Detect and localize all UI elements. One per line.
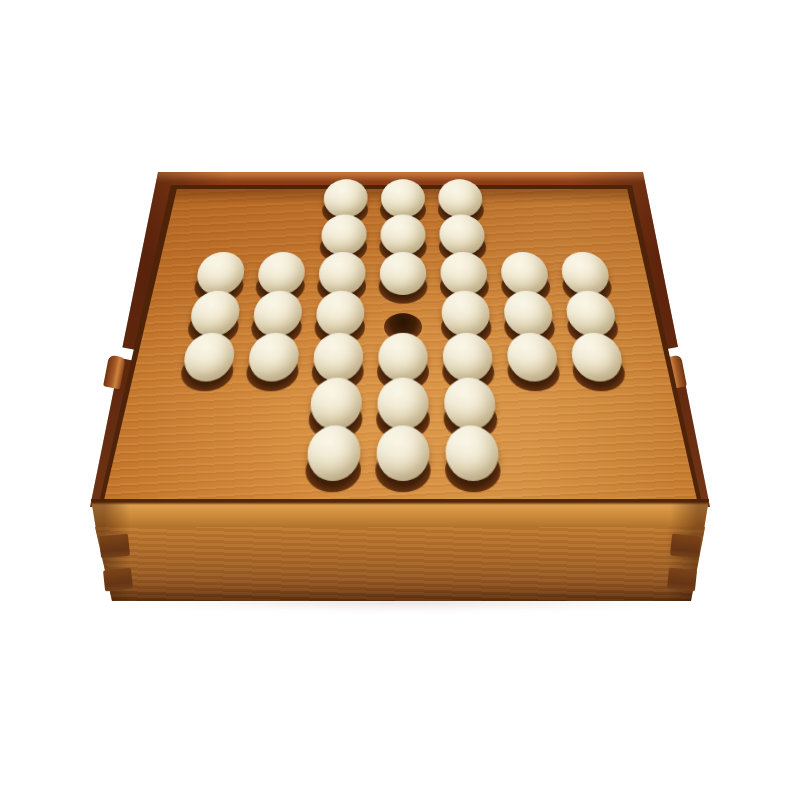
board-cell: [563, 344, 634, 389]
board-cell: [368, 438, 439, 490]
board-cell: [237, 344, 306, 389]
marble-peg[interactable]: [379, 252, 426, 295]
tray-front-rail: [90, 499, 710, 529]
board-cell: [171, 344, 242, 389]
board-cell: [506, 438, 580, 490]
finger-joint: [103, 568, 133, 592]
board-cell: [372, 261, 434, 301]
board-cell: [569, 390, 643, 438]
board-cell: [502, 390, 574, 438]
marble-peg[interactable]: [376, 426, 430, 482]
peg-solitaire-board: [0, 0, 800, 800]
marble-peg[interactable]: [381, 179, 425, 217]
board-cell: [257, 188, 318, 224]
finger-joint: [670, 534, 701, 559]
peg-board-grid: [155, 188, 651, 490]
board-cell: [232, 390, 304, 438]
board-cell: [297, 438, 369, 490]
finger-joint: [667, 568, 697, 592]
board-cell: [163, 390, 237, 438]
marble-peg[interactable]: [380, 214, 426, 255]
finger-joint: [99, 534, 130, 559]
board-cell: [488, 188, 549, 224]
board-cell: [545, 188, 608, 224]
board-cell: [226, 438, 300, 490]
board-cell: [155, 438, 232, 490]
board-cell: [198, 188, 261, 224]
board-cell: [574, 438, 651, 490]
box-front-face: [94, 527, 706, 602]
board-cell: [499, 344, 568, 389]
board-cell: [437, 438, 509, 490]
